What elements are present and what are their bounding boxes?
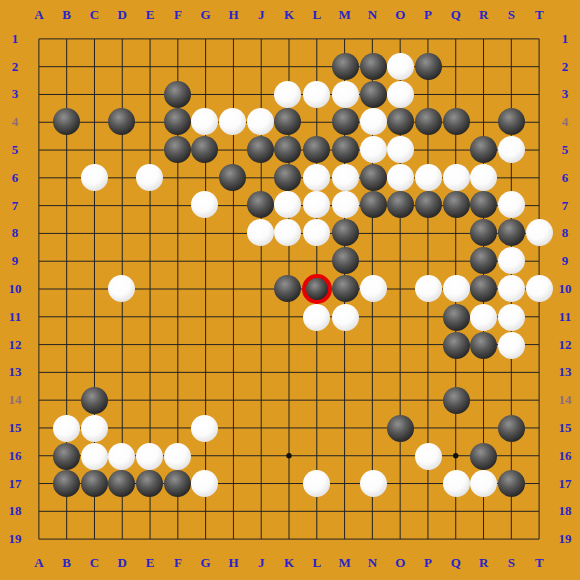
intersection-J14[interactable] [246,387,274,415]
intersection-P4[interactable] [415,108,443,136]
intersection-B4[interactable] [53,108,81,136]
intersection-J5[interactable] [246,136,274,164]
intersection-D16[interactable] [108,442,136,470]
intersection-Q18[interactable] [442,498,470,526]
intersection-J12[interactable] [246,332,274,360]
intersection-C2[interactable] [80,53,108,81]
intersection-L17[interactable] [302,470,332,498]
intersection-R10[interactable] [470,274,498,304]
intersection-A15[interactable] [25,415,53,443]
intersection-L2[interactable] [302,53,332,81]
intersection-J6[interactable] [246,163,274,191]
intersection-P7[interactable] [415,191,443,219]
intersection-H4[interactable] [219,108,247,136]
intersection-A11[interactable] [25,304,53,332]
intersection-G14[interactable] [191,387,219,415]
intersection-C19[interactable] [80,525,108,553]
intersection-R9[interactable] [470,246,498,274]
intersection-D1[interactable] [108,25,136,53]
intersection-Q16[interactable] [442,442,470,470]
intersection-K7[interactable] [274,191,302,219]
intersection-P6[interactable] [415,163,443,191]
intersection-T11[interactable] [525,304,553,332]
intersection-O16[interactable] [387,442,415,470]
intersection-H18[interactable] [219,498,247,526]
intersection-L10[interactable] [302,274,332,304]
intersection-B8[interactable] [53,219,81,247]
intersection-O3[interactable] [387,80,415,108]
intersection-R14[interactable] [470,387,498,415]
intersection-M15[interactable] [332,415,360,443]
intersection-N11[interactable] [359,304,387,332]
intersection-C11[interactable] [80,304,108,332]
intersection-B18[interactable] [53,498,81,526]
intersection-T19[interactable] [525,525,553,553]
intersection-O18[interactable] [387,498,415,526]
intersection-N9[interactable] [359,246,387,274]
intersection-S6[interactable] [498,163,526,191]
intersection-S17[interactable] [498,470,526,498]
intersection-H3[interactable] [219,80,247,108]
intersection-G10[interactable] [191,274,219,304]
intersection-H1[interactable] [219,25,247,53]
intersection-N16[interactable] [359,442,387,470]
intersection-K11[interactable] [274,304,302,332]
intersection-K12[interactable] [274,332,302,360]
intersection-A2[interactable] [25,53,53,81]
intersection-M4[interactable] [332,108,360,136]
intersection-P17[interactable] [415,470,443,498]
intersection-D19[interactable] [108,525,136,553]
intersection-N13[interactable] [359,359,387,387]
intersection-C3[interactable] [80,80,108,108]
intersection-D8[interactable] [108,219,136,247]
intersection-M2[interactable] [332,53,360,81]
intersection-N12[interactable] [359,332,387,360]
intersection-S14[interactable] [498,387,526,415]
intersection-E11[interactable] [136,304,164,332]
intersection-O15[interactable] [387,415,415,443]
intersection-E15[interactable] [136,415,164,443]
intersection-J1[interactable] [246,25,274,53]
intersection-R8[interactable] [470,219,498,247]
intersection-A19[interactable] [25,525,53,553]
intersection-T3[interactable] [525,80,553,108]
intersection-K4[interactable] [274,108,302,136]
intersection-N10[interactable] [359,274,387,304]
intersection-A3[interactable] [25,80,53,108]
intersection-E17[interactable] [136,470,164,498]
intersection-S1[interactable] [498,25,526,53]
intersection-L15[interactable] [302,415,332,443]
intersection-G1[interactable] [191,25,219,53]
intersection-N17[interactable] [359,470,387,498]
intersection-B7[interactable] [53,191,81,219]
intersection-B6[interactable] [53,163,81,191]
intersection-P12[interactable] [415,332,443,360]
intersection-C9[interactable] [80,246,108,274]
intersection-B19[interactable] [53,525,81,553]
intersection-G8[interactable] [191,219,219,247]
intersection-C16[interactable] [80,442,108,470]
intersection-N1[interactable] [359,25,387,53]
intersection-P13[interactable] [415,359,443,387]
intersection-S9[interactable] [498,246,526,274]
intersection-E6[interactable] [136,163,164,191]
intersection-A10[interactable] [25,274,53,304]
intersection-H6[interactable] [219,163,247,191]
intersection-P1[interactable] [415,25,443,53]
intersection-C7[interactable] [80,191,108,219]
intersection-B1[interactable] [53,25,81,53]
intersection-D12[interactable] [108,332,136,360]
intersection-A14[interactable] [25,387,53,415]
intersection-N18[interactable] [359,498,387,526]
intersection-D2[interactable] [108,53,136,81]
intersection-B17[interactable] [53,470,81,498]
intersection-B14[interactable] [53,387,81,415]
intersection-M19[interactable] [332,525,360,553]
intersection-M14[interactable] [332,387,360,415]
intersection-Q17[interactable] [442,470,470,498]
intersection-B16[interactable] [53,442,81,470]
intersection-O9[interactable] [387,246,415,274]
intersection-H19[interactable] [219,525,247,553]
intersection-Q8[interactable] [442,219,470,247]
intersection-M17[interactable] [332,470,360,498]
intersection-E4[interactable] [136,108,164,136]
intersection-A16[interactable] [25,442,53,470]
intersection-F3[interactable] [163,80,191,108]
intersection-H7[interactable] [219,191,247,219]
intersection-G7[interactable] [191,191,219,219]
intersection-L13[interactable] [302,359,332,387]
intersection-C6[interactable] [80,163,108,191]
intersection-H9[interactable] [219,246,247,274]
intersection-P5[interactable] [415,136,443,164]
intersection-F10[interactable] [163,274,191,304]
intersection-E3[interactable] [136,80,164,108]
intersection-N5[interactable] [359,136,387,164]
intersection-A9[interactable] [25,246,53,274]
intersection-B11[interactable] [53,304,81,332]
intersection-S10[interactable] [498,274,526,304]
intersection-G16[interactable] [191,442,219,470]
intersection-M18[interactable] [332,498,360,526]
intersection-G19[interactable] [191,525,219,553]
intersection-Q13[interactable] [442,359,470,387]
intersection-M10[interactable] [332,274,360,304]
intersection-N7[interactable] [359,191,387,219]
intersection-B15[interactable] [53,415,81,443]
intersection-F7[interactable] [163,191,191,219]
intersection-Q4[interactable] [442,108,470,136]
intersection-N19[interactable] [359,525,387,553]
intersection-R19[interactable] [470,525,498,553]
intersection-Q15[interactable] [442,415,470,443]
intersection-D5[interactable] [108,136,136,164]
intersection-O17[interactable] [387,470,415,498]
intersection-T17[interactable] [525,470,553,498]
intersection-T4[interactable] [525,108,553,136]
intersection-J19[interactable] [246,525,274,553]
intersection-Q7[interactable] [442,191,470,219]
intersection-L18[interactable] [302,498,332,526]
intersection-S2[interactable] [498,53,526,81]
intersection-A13[interactable] [25,359,53,387]
intersection-T10[interactable] [525,274,553,304]
intersection-B12[interactable] [53,332,81,360]
intersection-S18[interactable] [498,498,526,526]
intersection-F8[interactable] [163,219,191,247]
intersection-T7[interactable] [525,191,553,219]
intersection-Q2[interactable] [442,53,470,81]
intersection-S13[interactable] [498,359,526,387]
intersection-S5[interactable] [498,136,526,164]
intersection-F13[interactable] [163,359,191,387]
intersection-J18[interactable] [246,498,274,526]
intersection-T13[interactable] [525,359,553,387]
intersection-M3[interactable] [332,80,360,108]
intersection-E2[interactable] [136,53,164,81]
intersection-A4[interactable] [25,108,53,136]
intersection-M7[interactable] [332,191,360,219]
intersection-R13[interactable] [470,359,498,387]
intersection-N15[interactable] [359,415,387,443]
intersection-Q11[interactable] [442,304,470,332]
intersection-M6[interactable] [332,163,360,191]
intersection-G17[interactable] [191,470,219,498]
intersection-F14[interactable] [163,387,191,415]
intersection-D13[interactable] [108,359,136,387]
intersection-K2[interactable] [274,53,302,81]
intersection-O6[interactable] [387,163,415,191]
intersection-Q14[interactable] [442,387,470,415]
intersection-H13[interactable] [219,359,247,387]
intersection-O5[interactable] [387,136,415,164]
intersection-M12[interactable] [332,332,360,360]
intersection-K1[interactable] [274,25,302,53]
intersection-Q12[interactable] [442,332,470,360]
intersection-P14[interactable] [415,387,443,415]
intersection-J17[interactable] [246,470,274,498]
intersection-D11[interactable] [108,304,136,332]
intersection-O1[interactable] [387,25,415,53]
intersection-L5[interactable] [302,136,332,164]
intersection-T8[interactable] [525,219,553,247]
intersection-T15[interactable] [525,415,553,443]
intersection-H15[interactable] [219,415,247,443]
intersection-P18[interactable] [415,498,443,526]
intersection-D17[interactable] [108,470,136,498]
intersection-C14[interactable] [80,387,108,415]
intersection-M1[interactable] [332,25,360,53]
intersection-N8[interactable] [359,219,387,247]
intersection-E18[interactable] [136,498,164,526]
intersection-M5[interactable] [332,136,360,164]
intersection-O10[interactable] [387,274,415,304]
intersection-Q10[interactable] [442,274,470,304]
intersection-E7[interactable] [136,191,164,219]
intersection-F4[interactable] [163,108,191,136]
intersection-A12[interactable] [25,332,53,360]
intersection-G13[interactable] [191,359,219,387]
intersection-G12[interactable] [191,332,219,360]
intersection-K5[interactable] [274,136,302,164]
intersection-C5[interactable] [80,136,108,164]
intersection-F6[interactable] [163,163,191,191]
intersection-G9[interactable] [191,246,219,274]
intersection-K3[interactable] [274,80,302,108]
intersection-C13[interactable] [80,359,108,387]
intersection-F11[interactable] [163,304,191,332]
intersection-Q6[interactable] [442,163,470,191]
intersection-B10[interactable] [53,274,81,304]
intersection-G4[interactable] [191,108,219,136]
intersection-L1[interactable] [302,25,332,53]
intersection-L14[interactable] [302,387,332,415]
intersection-A6[interactable] [25,163,53,191]
intersection-F15[interactable] [163,415,191,443]
intersection-G15[interactable] [191,415,219,443]
intersection-T18[interactable] [525,498,553,526]
intersection-Q19[interactable] [442,525,470,553]
intersection-C4[interactable] [80,108,108,136]
intersection-L8[interactable] [302,219,332,247]
intersection-L16[interactable] [302,442,332,470]
intersection-A7[interactable] [25,191,53,219]
intersection-Q9[interactable] [442,246,470,274]
intersection-K18[interactable] [274,498,302,526]
intersection-S16[interactable] [498,442,526,470]
intersection-M16[interactable] [332,442,360,470]
intersection-G11[interactable] [191,304,219,332]
intersection-S3[interactable] [498,80,526,108]
intersection-S12[interactable] [498,332,526,360]
intersection-F1[interactable] [163,25,191,53]
intersection-H2[interactable] [219,53,247,81]
intersection-M8[interactable] [332,219,360,247]
intersection-A8[interactable] [25,219,53,247]
intersection-D4[interactable] [108,108,136,136]
intersection-E9[interactable] [136,246,164,274]
intersection-G3[interactable] [191,80,219,108]
intersection-H12[interactable] [219,332,247,360]
intersection-D6[interactable] [108,163,136,191]
intersection-T6[interactable] [525,163,553,191]
intersection-E8[interactable] [136,219,164,247]
intersection-H16[interactable] [219,442,247,470]
intersection-J9[interactable] [246,246,274,274]
intersection-O13[interactable] [387,359,415,387]
intersection-D9[interactable] [108,246,136,274]
intersection-L9[interactable] [302,246,332,274]
intersection-K13[interactable] [274,359,302,387]
intersection-L3[interactable] [302,80,332,108]
intersection-R5[interactable] [470,136,498,164]
intersection-R2[interactable] [470,53,498,81]
intersection-T16[interactable] [525,442,553,470]
intersection-N4[interactable] [359,108,387,136]
intersection-P3[interactable] [415,80,443,108]
intersection-J11[interactable] [246,304,274,332]
intersection-M9[interactable] [332,246,360,274]
intersection-N3[interactable] [359,80,387,108]
intersection-D3[interactable] [108,80,136,108]
intersection-K14[interactable] [274,387,302,415]
intersection-O4[interactable] [387,108,415,136]
intersection-R17[interactable] [470,470,498,498]
intersection-R16[interactable] [470,442,498,470]
intersection-T1[interactable] [525,25,553,53]
intersection-E5[interactable] [136,136,164,164]
intersection-A1[interactable] [25,25,53,53]
intersection-L12[interactable] [302,332,332,360]
intersection-L4[interactable] [302,108,332,136]
intersection-J8[interactable] [246,219,274,247]
intersection-K8[interactable] [274,219,302,247]
intersection-O14[interactable] [387,387,415,415]
intersection-B5[interactable] [53,136,81,164]
intersection-C8[interactable] [80,219,108,247]
intersection-C15[interactable] [80,415,108,443]
intersection-O7[interactable] [387,191,415,219]
intersection-D10[interactable] [108,274,136,304]
intersection-M11[interactable] [332,304,360,332]
intersection-H11[interactable] [219,304,247,332]
intersection-K10[interactable] [274,274,302,304]
intersection-K19[interactable] [274,525,302,553]
intersection-J2[interactable] [246,53,274,81]
intersection-S11[interactable] [498,304,526,332]
intersection-L6[interactable] [302,163,332,191]
intersection-F16[interactable] [163,442,191,470]
intersection-T5[interactable] [525,136,553,164]
intersection-M13[interactable] [332,359,360,387]
intersection-S15[interactable] [498,415,526,443]
intersection-T9[interactable] [525,246,553,274]
intersection-K16[interactable] [274,442,302,470]
intersection-R4[interactable] [470,108,498,136]
intersection-J10[interactable] [246,274,274,304]
intersection-P9[interactable] [415,246,443,274]
intersection-O11[interactable] [387,304,415,332]
intersection-R18[interactable] [470,498,498,526]
intersection-G5[interactable] [191,136,219,164]
intersection-O2[interactable] [387,53,415,81]
intersection-Q1[interactable] [442,25,470,53]
intersection-H10[interactable] [219,274,247,304]
intersection-P19[interactable] [415,525,443,553]
intersection-C10[interactable] [80,274,108,304]
intersection-G6[interactable] [191,163,219,191]
intersection-F9[interactable] [163,246,191,274]
intersection-J16[interactable] [246,442,274,470]
intersection-O12[interactable] [387,332,415,360]
intersection-R7[interactable] [470,191,498,219]
intersection-H8[interactable] [219,219,247,247]
intersection-R3[interactable] [470,80,498,108]
intersection-J13[interactable] [246,359,274,387]
intersection-R6[interactable] [470,163,498,191]
intersection-S4[interactable] [498,108,526,136]
intersection-B9[interactable] [53,246,81,274]
intersection-S19[interactable] [498,525,526,553]
intersection-L7[interactable] [302,191,332,219]
intersection-K9[interactable] [274,246,302,274]
intersection-R12[interactable] [470,332,498,360]
intersection-F12[interactable] [163,332,191,360]
